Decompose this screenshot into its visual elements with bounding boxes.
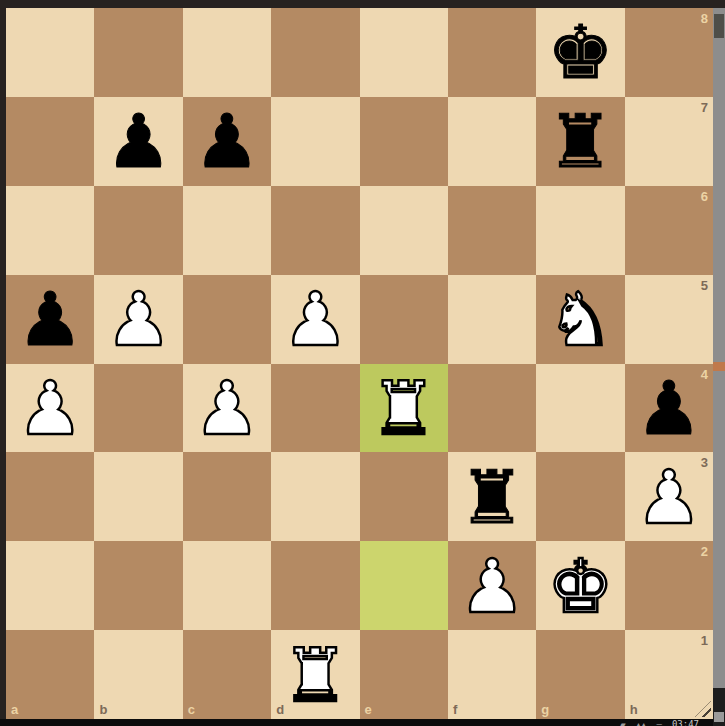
- scrollbar-thumb[interactable]: [714, 14, 724, 38]
- rank-label-7: 7: [701, 101, 708, 114]
- white-pawn[interactable]: ♟: [17, 371, 83, 445]
- square-c5[interactable]: [183, 275, 271, 364]
- square-d3[interactable]: [271, 452, 359, 541]
- square-c7[interactable]: ♟: [183, 97, 271, 186]
- square-a3[interactable]: [6, 452, 94, 541]
- square-d8[interactable]: [271, 8, 359, 97]
- player-icon-1[interactable]: ▰: [620, 719, 625, 726]
- square-e6[interactable]: [360, 186, 448, 275]
- white-pawn[interactable]: ♟: [636, 460, 702, 534]
- square-f3[interactable]: ♜: [448, 452, 536, 541]
- page: ♚8♟♟♜76♟♟♟♞5♟♟♜4♟♜3♟♟♚2abcd♜efg1h ▰ ▴▴ —…: [0, 0, 725, 726]
- square-e1[interactable]: e: [360, 630, 448, 719]
- square-g4[interactable]: [536, 364, 624, 453]
- player-icon-2[interactable]: ▴▴: [636, 719, 647, 726]
- square-g7[interactable]: ♜: [536, 97, 624, 186]
- square-c1[interactable]: c: [183, 630, 271, 719]
- square-e4[interactable]: ♜: [360, 364, 448, 453]
- square-h5[interactable]: 5: [625, 275, 713, 364]
- square-g2[interactable]: ♚: [536, 541, 624, 630]
- square-d5[interactable]: ♟: [271, 275, 359, 364]
- file-label-e: e: [365, 703, 372, 716]
- rank-label-6: 6: [701, 190, 708, 203]
- square-f6[interactable]: [448, 186, 536, 275]
- square-d4[interactable]: [271, 364, 359, 453]
- black-pawn[interactable]: ♟: [636, 371, 702, 445]
- square-e5[interactable]: [360, 275, 448, 364]
- square-b1[interactable]: b: [94, 630, 182, 719]
- file-label-c: c: [188, 703, 195, 716]
- square-d1[interactable]: d♜: [271, 630, 359, 719]
- rank-label-4: 4: [701, 368, 708, 381]
- white-pawn[interactable]: ♟: [282, 282, 348, 356]
- square-b7[interactable]: ♟: [94, 97, 182, 186]
- file-label-g: g: [541, 703, 549, 716]
- square-f7[interactable]: [448, 97, 536, 186]
- black-king[interactable]: ♚: [547, 15, 613, 89]
- square-a2[interactable]: [6, 541, 94, 630]
- square-h3[interactable]: 3♟: [625, 452, 713, 541]
- file-label-f: f: [453, 703, 457, 716]
- square-d6[interactable]: [271, 186, 359, 275]
- square-b8[interactable]: [94, 8, 182, 97]
- rank-label-2: 2: [701, 545, 708, 558]
- rank-label-5: 5: [701, 279, 708, 292]
- square-h2[interactable]: 2: [625, 541, 713, 630]
- video-player-bar: ▰ ▴▴ — 03:47: [0, 719, 713, 726]
- square-a4[interactable]: ♟: [6, 364, 94, 453]
- window-top-edge: [0, 0, 725, 8]
- scrollbar[interactable]: [713, 8, 725, 726]
- square-a6[interactable]: [6, 186, 94, 275]
- white-king[interactable]: ♚: [547, 549, 613, 623]
- square-e2[interactable]: [360, 541, 448, 630]
- white-pawn[interactable]: ♟: [194, 371, 260, 445]
- black-rook[interactable]: ♜: [547, 104, 613, 178]
- white-pawn[interactable]: ♟: [459, 549, 525, 623]
- square-c2[interactable]: [183, 541, 271, 630]
- square-f8[interactable]: [448, 8, 536, 97]
- square-h4[interactable]: 4♟: [625, 364, 713, 453]
- square-c4[interactable]: ♟: [183, 364, 271, 453]
- square-g5[interactable]: ♞: [536, 275, 624, 364]
- square-a1[interactable]: a: [6, 630, 94, 719]
- square-b2[interactable]: [94, 541, 182, 630]
- square-d7[interactable]: [271, 97, 359, 186]
- white-knight[interactable]: ♞: [547, 282, 613, 356]
- file-label-b: b: [99, 703, 107, 716]
- rank-label-8: 8: [701, 12, 708, 25]
- white-pawn[interactable]: ♟: [105, 282, 171, 356]
- square-c3[interactable]: [183, 452, 271, 541]
- square-d2[interactable]: [271, 541, 359, 630]
- black-pawn[interactable]: ♟: [105, 104, 171, 178]
- square-e7[interactable]: [360, 97, 448, 186]
- rank-label-1: 1: [701, 634, 708, 647]
- file-label-a: a: [11, 703, 18, 716]
- scrollbar-marker: [713, 362, 725, 371]
- square-f5[interactable]: [448, 275, 536, 364]
- square-a7[interactable]: [6, 97, 94, 186]
- square-a8[interactable]: [6, 8, 94, 97]
- square-h8[interactable]: 8: [625, 8, 713, 97]
- square-f4[interactable]: [448, 364, 536, 453]
- player-icon-3[interactable]: —: [656, 719, 661, 726]
- square-f1[interactable]: f: [448, 630, 536, 719]
- square-h6[interactable]: 6: [625, 186, 713, 275]
- chess-board: ♚8♟♟♜76♟♟♟♞5♟♟♜4♟♜3♟♟♚2abcd♜efg1h: [6, 8, 713, 719]
- square-g1[interactable]: g: [536, 630, 624, 719]
- square-a5[interactable]: ♟: [6, 275, 94, 364]
- square-f2[interactable]: ♟: [448, 541, 536, 630]
- player-time: 03:47: [672, 719, 699, 726]
- square-c8[interactable]: [183, 8, 271, 97]
- black-rook[interactable]: ♜: [459, 460, 525, 534]
- square-b6[interactable]: [94, 186, 182, 275]
- square-b4[interactable]: [94, 364, 182, 453]
- square-e8[interactable]: [360, 8, 448, 97]
- square-h7[interactable]: 7: [625, 97, 713, 186]
- square-h1[interactable]: 1h: [625, 630, 713, 719]
- file-label-d: d: [276, 703, 284, 716]
- white-rook[interactable]: ♜: [282, 638, 348, 712]
- white-rook[interactable]: ♜: [371, 371, 437, 445]
- square-b3[interactable]: [94, 452, 182, 541]
- square-g8[interactable]: ♚: [536, 8, 624, 97]
- scrollbar-corner: [714, 712, 724, 722]
- square-g3[interactable]: [536, 452, 624, 541]
- file-label-h: h: [630, 703, 638, 716]
- square-g6[interactable]: [536, 186, 624, 275]
- square-c6[interactable]: [183, 186, 271, 275]
- rank-label-3: 3: [701, 456, 708, 469]
- black-pawn[interactable]: ♟: [17, 282, 83, 356]
- black-pawn[interactable]: ♟: [194, 104, 260, 178]
- square-b5[interactable]: ♟: [94, 275, 182, 364]
- square-e3[interactable]: [360, 452, 448, 541]
